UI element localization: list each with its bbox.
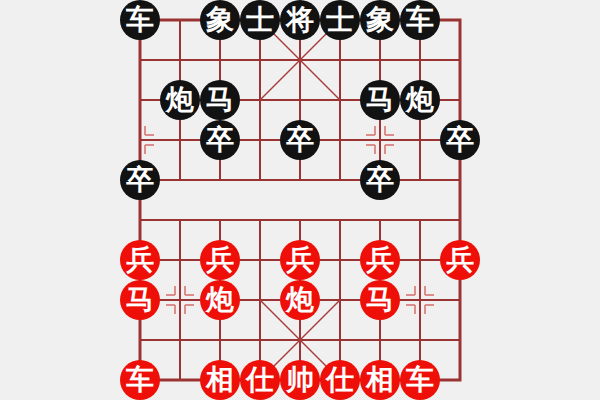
board-point[interactable] <box>320 160 360 200</box>
board-point[interactable] <box>160 320 200 360</box>
board-point[interactable]: 马 <box>120 280 160 320</box>
board-point[interactable]: 士 <box>320 0 360 40</box>
board-point[interactable] <box>200 160 240 200</box>
board-point[interactable] <box>240 200 280 240</box>
board-point[interactable]: 炮 <box>280 280 320 320</box>
board-point[interactable] <box>120 320 160 360</box>
black-horse[interactable]: 马 <box>200 80 240 120</box>
board-point[interactable] <box>440 360 480 400</box>
board-point[interactable]: 车 <box>120 0 160 40</box>
board-point[interactable] <box>400 120 440 160</box>
red-horse[interactable]: 马 <box>120 280 160 320</box>
board-point[interactable] <box>400 240 440 280</box>
board-point[interactable] <box>120 120 160 160</box>
board-point[interactable] <box>240 80 280 120</box>
board-point[interactable] <box>360 40 400 80</box>
black-chariot[interactable]: 车 <box>400 0 440 40</box>
board-point[interactable]: 兵 <box>120 240 160 280</box>
red-chariot[interactable]: 车 <box>120 360 160 400</box>
board-point[interactable]: 炮 <box>400 80 440 120</box>
board-point[interactable] <box>160 280 200 320</box>
board-point[interactable] <box>440 80 480 120</box>
board-point[interactable]: 卒 <box>200 120 240 160</box>
board-point[interactable]: 象 <box>360 0 400 40</box>
board-point[interactable]: 帅 <box>280 360 320 400</box>
board-point[interactable]: 车 <box>400 0 440 40</box>
red-cannon[interactable]: 炮 <box>200 280 240 320</box>
red-soldier[interactable]: 兵 <box>280 240 320 280</box>
board-point[interactable]: 兵 <box>280 240 320 280</box>
board-point[interactable] <box>360 200 400 240</box>
black-advisor[interactable]: 士 <box>320 0 360 40</box>
black-horse[interactable]: 马 <box>360 80 400 120</box>
board-point[interactable] <box>200 200 240 240</box>
black-soldier[interactable]: 卒 <box>120 160 160 200</box>
red-general[interactable]: 帅 <box>280 360 320 400</box>
board-point[interactable] <box>240 280 280 320</box>
red-elephant[interactable]: 相 <box>360 360 400 400</box>
board-point[interactable] <box>400 40 440 80</box>
board-point[interactable] <box>280 200 320 240</box>
red-soldier[interactable]: 兵 <box>360 240 400 280</box>
board-point[interactable]: 将 <box>280 0 320 40</box>
black-general[interactable]: 将 <box>280 0 320 40</box>
board-point[interactable] <box>440 160 480 200</box>
board-point[interactable] <box>280 160 320 200</box>
red-horse[interactable]: 马 <box>360 280 400 320</box>
board-point[interactable] <box>240 320 280 360</box>
board-point[interactable] <box>320 200 360 240</box>
board-point[interactable]: 车 <box>400 360 440 400</box>
board-point[interactable] <box>200 320 240 360</box>
black-cannon[interactable]: 炮 <box>400 80 440 120</box>
board-point[interactable] <box>320 280 360 320</box>
board-point[interactable]: 士 <box>240 0 280 40</box>
board-point[interactable]: 仕 <box>240 360 280 400</box>
board-point[interactable]: 相 <box>200 360 240 400</box>
board-point[interactable] <box>400 160 440 200</box>
board-point[interactable]: 卒 <box>120 160 160 200</box>
board-point[interactable] <box>240 240 280 280</box>
board-point[interactable]: 仕 <box>320 360 360 400</box>
board-point[interactable] <box>160 120 200 160</box>
board-point[interactable] <box>160 360 200 400</box>
board-point[interactable] <box>320 120 360 160</box>
board-point[interactable] <box>400 320 440 360</box>
board-point[interactable]: 相 <box>360 360 400 400</box>
board-point[interactable] <box>320 320 360 360</box>
board-point[interactable] <box>320 80 360 120</box>
red-advisor[interactable]: 仕 <box>240 360 280 400</box>
board-point[interactable] <box>400 280 440 320</box>
board-point[interactable]: 卒 <box>280 120 320 160</box>
board-point[interactable] <box>160 40 200 80</box>
board-point[interactable] <box>440 40 480 80</box>
board-point[interactable] <box>280 320 320 360</box>
black-elephant[interactable]: 象 <box>360 0 400 40</box>
board-point[interactable]: 卒 <box>440 120 480 160</box>
piece-grid: 车象士将士象车炮马马炮卒卒卒卒卒兵兵兵兵兵马炮炮马车相仕帅仕相车 <box>120 0 480 400</box>
board-point[interactable] <box>200 40 240 80</box>
xiangqi-board: 车象士将士象车炮马马炮卒卒卒卒卒兵兵兵兵兵马炮炮马车相仕帅仕相车 <box>0 0 600 400</box>
board-point[interactable] <box>440 0 480 40</box>
board-point[interactable] <box>240 160 280 200</box>
board-point[interactable]: 马 <box>360 80 400 120</box>
board-point[interactable] <box>280 40 320 80</box>
black-cannon[interactable]: 炮 <box>160 80 200 120</box>
board-point[interactable] <box>360 120 400 160</box>
board-point[interactable] <box>240 120 280 160</box>
red-cannon[interactable]: 炮 <box>280 280 320 320</box>
board-point[interactable] <box>400 200 440 240</box>
red-elephant[interactable]: 相 <box>200 360 240 400</box>
board-point[interactable]: 马 <box>200 80 240 120</box>
black-elephant[interactable]: 象 <box>200 0 240 40</box>
board-point[interactable] <box>120 40 160 80</box>
board-point[interactable] <box>360 320 400 360</box>
board-point[interactable] <box>160 240 200 280</box>
red-soldier[interactable]: 兵 <box>200 240 240 280</box>
board-point[interactable] <box>320 240 360 280</box>
black-advisor[interactable]: 士 <box>240 0 280 40</box>
board-point[interactable] <box>280 80 320 120</box>
board-point[interactable] <box>160 200 200 240</box>
black-soldier[interactable]: 卒 <box>280 120 320 160</box>
board-point[interactable]: 兵 <box>360 240 400 280</box>
board-point[interactable] <box>120 80 160 120</box>
board-point[interactable]: 卒 <box>360 160 400 200</box>
board-point[interactable]: 车 <box>120 360 160 400</box>
board-point[interactable] <box>160 160 200 200</box>
red-soldier[interactable]: 兵 <box>120 240 160 280</box>
red-soldier[interactable]: 兵 <box>440 240 480 280</box>
red-advisor[interactable]: 仕 <box>320 360 360 400</box>
red-chariot[interactable]: 车 <box>400 360 440 400</box>
board-point[interactable] <box>160 0 200 40</box>
board-point[interactable]: 兵 <box>200 240 240 280</box>
black-soldier[interactable]: 卒 <box>200 120 240 160</box>
board-point[interactable]: 马 <box>360 280 400 320</box>
board-point[interactable] <box>440 280 480 320</box>
board-point[interactable] <box>320 40 360 80</box>
board-point[interactable] <box>440 320 480 360</box>
black-chariot[interactable]: 车 <box>120 0 160 40</box>
board-point[interactable]: 象 <box>200 0 240 40</box>
board-point[interactable]: 炮 <box>200 280 240 320</box>
board-point[interactable] <box>240 40 280 80</box>
board-point[interactable] <box>120 200 160 240</box>
board-point[interactable] <box>440 200 480 240</box>
board-point[interactable]: 炮 <box>160 80 200 120</box>
black-soldier[interactable]: 卒 <box>360 160 400 200</box>
black-soldier[interactable]: 卒 <box>440 120 480 160</box>
board-point[interactable]: 兵 <box>440 240 480 280</box>
